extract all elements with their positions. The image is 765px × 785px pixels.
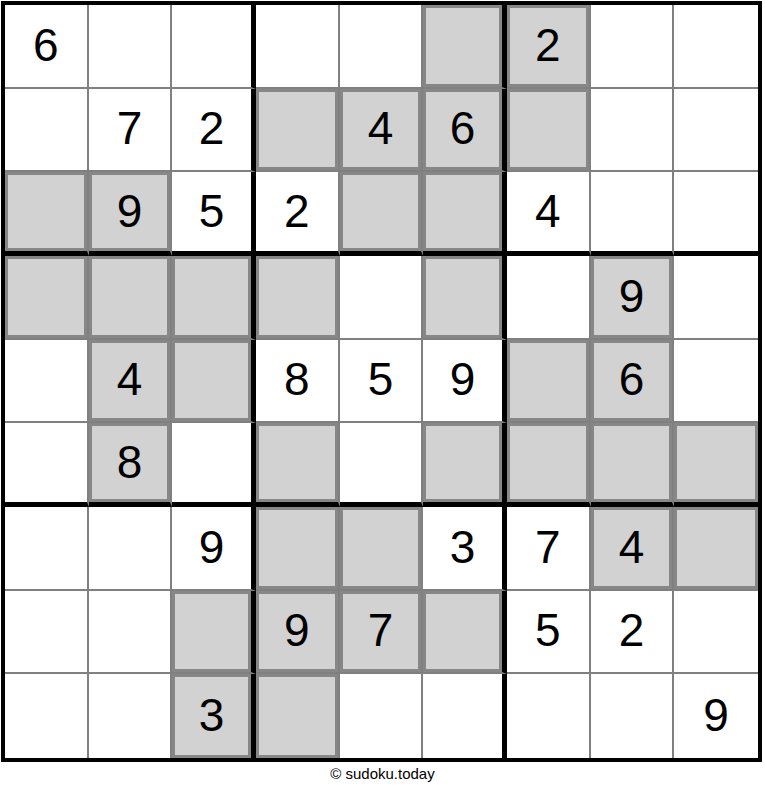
cell-r2c6[interactable]: 6 <box>423 89 507 173</box>
given-digit: 9 <box>619 273 645 319</box>
cell-r1c1[interactable]: 6 <box>5 5 89 89</box>
cell-r9c6[interactable] <box>423 674 507 758</box>
given-digit: 4 <box>619 524 645 570</box>
given-digit: 7 <box>368 607 394 653</box>
given-digit: 6 <box>450 105 476 151</box>
cell-r8c7[interactable]: 5 <box>507 591 591 675</box>
given-digit: 2 <box>284 188 310 234</box>
cell-r5c1[interactable] <box>5 340 89 424</box>
cell-r5c6[interactable]: 9 <box>423 340 507 424</box>
cell-r1c2[interactable] <box>89 5 173 89</box>
cell-r6c9[interactable] <box>674 423 758 507</box>
cell-r9c1[interactable] <box>5 674 89 758</box>
cell-r3c6[interactable] <box>423 172 507 256</box>
cell-r1c6[interactable] <box>423 5 507 89</box>
cell-r6c6[interactable] <box>423 423 507 507</box>
cell-r7c4[interactable] <box>256 507 340 591</box>
cell-r6c3[interactable] <box>172 423 256 507</box>
cell-r2c7[interactable] <box>507 89 591 173</box>
cell-r7c7[interactable]: 7 <box>507 507 591 591</box>
cell-r2c1[interactable] <box>5 89 89 173</box>
given-digit: 9 <box>450 356 476 402</box>
given-digit: 9 <box>703 692 729 738</box>
cell-r7c2[interactable] <box>89 507 173 591</box>
cell-r5c3[interactable] <box>172 340 256 424</box>
cell-r8c4[interactable]: 9 <box>256 591 340 675</box>
sudoku-page: 627246952494859689374975239 © sudoku.tod… <box>0 0 765 785</box>
cell-r2c3[interactable]: 2 <box>172 89 256 173</box>
cell-r8c8[interactable]: 2 <box>591 591 675 675</box>
given-digit: 2 <box>199 105 225 151</box>
cell-r1c7[interactable]: 2 <box>507 5 591 89</box>
cell-r9c4[interactable] <box>256 674 340 758</box>
cell-r9c2[interactable] <box>89 674 173 758</box>
cell-r4c5[interactable] <box>340 256 424 340</box>
given-digit: 9 <box>284 607 310 653</box>
cell-r3c4[interactable]: 2 <box>256 172 340 256</box>
cell-r5c5[interactable]: 5 <box>340 340 424 424</box>
cell-r3c3[interactable]: 5 <box>172 172 256 256</box>
cell-r4c3[interactable] <box>172 256 256 340</box>
cell-r1c5[interactable] <box>340 5 424 89</box>
cell-r4c9[interactable] <box>674 256 758 340</box>
given-digit: 4 <box>117 356 143 402</box>
cell-r5c8[interactable]: 6 <box>591 340 675 424</box>
cell-r7c5[interactable] <box>340 507 424 591</box>
given-digit: 6 <box>619 356 645 402</box>
cell-r3c2[interactable]: 9 <box>89 172 173 256</box>
given-digit: 9 <box>199 524 225 570</box>
cell-r4c6[interactable] <box>423 256 507 340</box>
cell-r2c5[interactable]: 4 <box>340 89 424 173</box>
given-digit: 9 <box>117 188 143 234</box>
cell-r1c8[interactable] <box>591 5 675 89</box>
cell-r9c7[interactable] <box>507 674 591 758</box>
sudoku-board: 627246952494859689374975239 <box>1 1 762 762</box>
cell-r4c7[interactable] <box>507 256 591 340</box>
cell-r3c7[interactable]: 4 <box>507 172 591 256</box>
cell-r9c5[interactable] <box>340 674 424 758</box>
cell-r2c4[interactable] <box>256 89 340 173</box>
cell-r3c5[interactable] <box>340 172 424 256</box>
cell-r7c8[interactable]: 4 <box>591 507 675 591</box>
given-digit: 6 <box>33 22 59 68</box>
cell-r7c1[interactable] <box>5 507 89 591</box>
cell-r9c9[interactable]: 9 <box>674 674 758 758</box>
cell-r2c8[interactable] <box>591 89 675 173</box>
cell-r4c4[interactable] <box>256 256 340 340</box>
cell-r5c4[interactable]: 8 <box>256 340 340 424</box>
cell-r6c7[interactable] <box>507 423 591 507</box>
cell-r8c5[interactable]: 7 <box>340 591 424 675</box>
cell-r6c2[interactable]: 8 <box>89 423 173 507</box>
cell-r1c9[interactable] <box>674 5 758 89</box>
cell-r3c1[interactable] <box>5 172 89 256</box>
cell-r5c9[interactable] <box>674 340 758 424</box>
cell-r6c8[interactable] <box>591 423 675 507</box>
footer-credit: © sudoku.today <box>0 762 765 782</box>
cell-r1c4[interactable] <box>256 5 340 89</box>
cell-r5c7[interactable] <box>507 340 591 424</box>
cell-r6c5[interactable] <box>340 423 424 507</box>
given-digit: 3 <box>450 524 476 570</box>
given-digit: 8 <box>117 439 143 485</box>
given-digit: 3 <box>199 692 225 738</box>
cell-r4c1[interactable] <box>5 256 89 340</box>
given-digit: 4 <box>535 188 561 234</box>
cell-r5c2[interactable]: 4 <box>89 340 173 424</box>
cell-r7c6[interactable]: 3 <box>423 507 507 591</box>
cell-r7c9[interactable] <box>674 507 758 591</box>
cell-r4c8[interactable]: 9 <box>591 256 675 340</box>
cell-r6c4[interactable] <box>256 423 340 507</box>
cell-r3c9[interactable] <box>674 172 758 256</box>
cell-r3c8[interactable] <box>591 172 675 256</box>
cell-r8c3[interactable] <box>172 591 256 675</box>
given-digit: 5 <box>199 188 225 234</box>
given-digit: 7 <box>535 524 561 570</box>
given-digit: 7 <box>117 105 143 151</box>
cell-r7c3[interactable]: 9 <box>172 507 256 591</box>
given-digit: 5 <box>535 607 561 653</box>
cell-r9c3[interactable]: 3 <box>172 674 256 758</box>
cell-r8c6[interactable] <box>423 591 507 675</box>
given-digit: 8 <box>284 356 310 402</box>
cell-r8c1[interactable] <box>5 591 89 675</box>
cell-r1c3[interactable] <box>172 5 256 89</box>
cell-r8c2[interactable] <box>89 591 173 675</box>
given-digit: 5 <box>368 356 394 402</box>
cell-r2c2[interactable]: 7 <box>89 89 173 173</box>
cell-r2c9[interactable] <box>674 89 758 173</box>
given-digit: 2 <box>619 607 645 653</box>
cell-r6c1[interactable] <box>5 423 89 507</box>
cell-r9c8[interactable] <box>591 674 675 758</box>
cell-r4c2[interactable] <box>89 256 173 340</box>
given-digit: 2 <box>535 22 561 68</box>
given-digit: 4 <box>368 105 394 151</box>
cell-r8c9[interactable] <box>674 591 758 675</box>
